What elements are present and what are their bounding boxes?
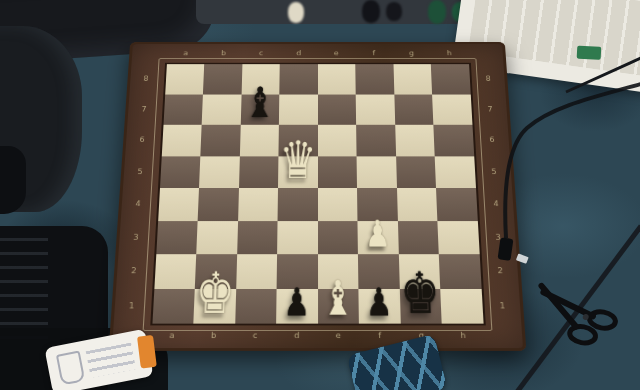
coord-label-4: 4 [128, 188, 148, 221]
square-a1 [152, 289, 195, 324]
coord-label-6: 6 [132, 125, 152, 156]
square-g5 [396, 156, 436, 188]
square-g6 [395, 125, 435, 156]
coord-label-f: f [359, 329, 401, 342]
square-d3 [277, 221, 317, 254]
square-a7 [163, 94, 203, 125]
square-f6 [356, 125, 395, 156]
tag-text-lines [86, 343, 136, 378]
coord-label-h: h [430, 48, 468, 58]
chess-board: ♝♛♟♚♟♝♟♚ abcdefgh abcdefgh 87654321 8765… [109, 42, 527, 351]
coord-label-8: 8 [136, 64, 155, 94]
coord-label-e: e [318, 329, 360, 342]
coord-label-d: d [276, 329, 318, 342]
square-c7: ♝ [240, 94, 279, 125]
square-b4 [198, 188, 239, 221]
square-h5 [435, 156, 476, 188]
play-area: ♝♛♟♚♟♝♟♚ [152, 64, 483, 323]
coord-label-a: a [167, 48, 205, 58]
square-a8 [165, 64, 204, 94]
square-g8 [393, 64, 432, 94]
square-g4 [397, 188, 438, 221]
square-d2 [277, 254, 318, 288]
coord-label-4: 4 [486, 188, 506, 221]
square-g1: ♚ [399, 289, 441, 324]
square-c3 [237, 221, 278, 254]
square-h4 [436, 188, 477, 221]
coord-label-1: 1 [492, 289, 513, 324]
square-a5 [160, 156, 201, 188]
table-edge-cable [517, 226, 640, 390]
square-h7 [432, 94, 472, 125]
coord-label-3: 3 [126, 221, 146, 254]
square-f5 [357, 156, 397, 188]
square-f4 [357, 188, 397, 221]
coord-label-b: b [193, 329, 235, 342]
distant-white-piece [288, 2, 304, 23]
square-c4 [238, 188, 278, 221]
laptop-sticker [577, 46, 602, 60]
square-f2 [358, 254, 399, 288]
chair-armrest [0, 146, 26, 214]
square-e5 [318, 156, 358, 188]
coord-label-h: h [442, 329, 484, 342]
square-b7 [202, 94, 241, 125]
square-b5 [199, 156, 239, 188]
coord-label-5: 5 [484, 156, 504, 188]
square-f3: ♟ [357, 221, 398, 254]
square-d8 [279, 64, 317, 94]
piece-white-pawn-f3: ♟ [365, 217, 391, 254]
coord-label-1: 1 [121, 289, 142, 324]
square-f8 [355, 64, 394, 94]
photo-scene: ♝♛♟♚♟♝♟♚ abcdefgh abcdefgh 87654321 8765… [0, 0, 640, 390]
square-f1: ♟ [358, 289, 400, 324]
square-c5 [239, 156, 279, 188]
square-h2 [439, 254, 481, 288]
coord-label-2: 2 [490, 254, 511, 288]
square-d5: ♛ [278, 156, 318, 188]
distant-black-piece [362, 0, 380, 23]
square-g2 [398, 254, 440, 288]
square-e3 [318, 221, 358, 254]
square-a2 [154, 254, 196, 288]
coord-label-c: c [242, 48, 280, 58]
scissors-icon [533, 286, 619, 348]
tag-crest-logo [56, 351, 85, 386]
square-a4 [158, 188, 199, 221]
coord-label-c: c [234, 329, 276, 342]
square-c8 [241, 64, 280, 94]
square-g7 [394, 94, 433, 125]
square-e4 [318, 188, 358, 221]
square-e7 [318, 94, 357, 125]
coord-label-2: 2 [123, 254, 144, 288]
square-a3 [156, 221, 198, 254]
square-h3 [437, 221, 479, 254]
coord-label-5: 5 [130, 156, 150, 188]
coord-label-d: d [280, 48, 318, 58]
square-g3 [397, 221, 438, 254]
square-b6 [200, 125, 240, 156]
square-e8 [318, 64, 356, 94]
square-f7 [356, 94, 395, 125]
piece-black-pawn-f1: ♟ [366, 284, 393, 323]
square-e6 [318, 125, 357, 156]
square-h6 [433, 125, 473, 156]
square-d6 [278, 125, 317, 156]
coord-label-e: e [318, 48, 356, 58]
square-d7 [279, 94, 318, 125]
square-b3 [196, 221, 237, 254]
rank-labels-left: 87654321 [121, 64, 155, 323]
square-d1: ♟ [276, 289, 317, 324]
coord-label-7: 7 [134, 94, 153, 125]
square-d4 [278, 188, 318, 221]
distant-green-piece [428, 0, 446, 24]
coord-label-a: a [151, 329, 193, 342]
coord-label-7: 7 [480, 94, 499, 125]
coord-label-b: b [204, 48, 242, 58]
file-labels-top: abcdefgh [167, 48, 469, 58]
distant-black-piece [386, 2, 402, 21]
coord-label-3: 3 [488, 221, 508, 254]
square-a6 [161, 125, 201, 156]
coord-label-f: f [355, 48, 393, 58]
square-e2 [318, 254, 359, 288]
square-h8 [431, 64, 470, 94]
square-h1 [440, 289, 483, 324]
coord-label-g: g [393, 48, 431, 58]
square-c6 [239, 125, 278, 156]
square-b8 [203, 64, 242, 94]
coord-label-6: 6 [482, 125, 502, 156]
square-c1 [235, 289, 277, 324]
piece-black-pawn-d1: ♟ [284, 284, 310, 323]
square-b1: ♚ [193, 289, 235, 324]
square-e1: ♝ [318, 289, 359, 324]
square-b2 [195, 254, 237, 288]
square-c2 [236, 254, 277, 288]
rank-labels-right: 87654321 [479, 64, 513, 323]
coord-label-8: 8 [479, 64, 498, 94]
usb-cable [505, 84, 640, 238]
